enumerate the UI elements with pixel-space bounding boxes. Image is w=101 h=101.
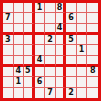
sudoku-cell-r4c4[interactable] xyxy=(35,35,46,45)
sudoku-cell-r8c2[interactable]: 1 xyxy=(14,77,25,87)
sudoku-cell-r4c1[interactable]: 3 xyxy=(3,35,14,45)
sudoku-cell-r6c6[interactable] xyxy=(56,56,67,67)
sudoku-cell-r5c5[interactable] xyxy=(45,45,56,55)
sudoku-cell-r3c4[interactable] xyxy=(35,24,46,35)
sudoku-cell-r7c2[interactable]: 4 xyxy=(14,67,25,77)
sudoku-cell-r1c7[interactable] xyxy=(66,3,77,13)
sudoku-cell-r3c2[interactable] xyxy=(14,24,25,35)
sudoku-cell-r3c5[interactable] xyxy=(45,24,56,35)
sudoku-cell-r7c9[interactable]: 8 xyxy=(87,67,98,77)
sudoku-cell-r5c6[interactable] xyxy=(56,45,67,55)
sudoku-cell-r1c8[interactable] xyxy=(77,3,88,13)
sudoku-cell-r3c8[interactable] xyxy=(77,24,88,35)
sudoku-cell-r8c3[interactable] xyxy=(24,77,35,87)
sudoku-cell-r2c9[interactable] xyxy=(87,13,98,23)
sudoku-cell-r7c6[interactable] xyxy=(56,67,67,77)
sudoku-cell-r5c2[interactable] xyxy=(14,45,25,55)
sudoku-cell-r8c9[interactable] xyxy=(87,77,98,87)
sudoku-cell-r7c8[interactable] xyxy=(77,67,88,77)
sudoku-cell-r9c4[interactable] xyxy=(35,88,46,98)
sudoku-cell-r5c8[interactable]: 1 xyxy=(77,45,88,55)
sudoku-cell-r1c3[interactable] xyxy=(24,3,35,13)
sudoku-cell-r3c6[interactable]: 4 xyxy=(56,24,67,35)
sudoku-cell-r1c1[interactable] xyxy=(3,3,14,13)
sudoku-cell-r4c9[interactable] xyxy=(87,35,98,45)
sudoku-cell-r9c7[interactable]: 2 xyxy=(66,88,77,98)
sudoku-cell-r8c8[interactable] xyxy=(77,77,88,87)
sudoku-cell-r9c8[interactable] xyxy=(77,88,88,98)
sudoku-cell-r7c1[interactable] xyxy=(3,67,14,77)
sudoku-cell-r6c3[interactable] xyxy=(24,56,35,67)
sudoku-cell-r9c6[interactable] xyxy=(56,88,67,98)
sudoku-cell-r6c1[interactable] xyxy=(3,56,14,67)
sudoku-cell-r3c1[interactable] xyxy=(3,24,14,35)
sudoku-cell-r4c7[interactable]: 5 xyxy=(66,35,77,45)
sudoku-cell-r6c2[interactable] xyxy=(14,56,25,67)
sudoku-cell-r8c5[interactable] xyxy=(45,77,56,87)
sudoku-cell-r8c6[interactable] xyxy=(56,77,67,87)
sudoku-cell-r9c9[interactable] xyxy=(87,88,98,98)
sudoku-cell-r1c6[interactable]: 8 xyxy=(56,3,67,13)
sudoku-cell-r2c1[interactable]: 7 xyxy=(3,13,14,23)
sudoku-cell-r2c3[interactable] xyxy=(24,13,35,23)
sudoku-cell-r7c3[interactable]: 5 xyxy=(24,67,35,77)
sudoku-cell-r2c5[interactable] xyxy=(45,13,56,23)
sudoku-cell-r6c9[interactable] xyxy=(87,56,98,67)
sudoku-cell-r1c4[interactable]: 1 xyxy=(35,3,46,13)
sudoku-cell-r8c4[interactable]: 6 xyxy=(35,77,46,87)
sudoku-cell-r3c3[interactable] xyxy=(24,24,35,35)
sudoku-cell-r2c7[interactable]: 6 xyxy=(66,13,77,23)
sudoku-cell-r3c7[interactable] xyxy=(66,24,77,35)
sudoku-cell-r9c1[interactable] xyxy=(3,88,14,98)
sudoku-cell-r4c5[interactable]: 2 xyxy=(45,35,56,45)
sudoku-cell-r9c5[interactable]: 7 xyxy=(45,88,56,98)
sudoku-cell-r6c4[interactable]: 4 xyxy=(35,56,46,67)
sudoku-cell-r1c5[interactable] xyxy=(45,3,56,13)
sudoku-cell-r8c1[interactable] xyxy=(3,77,14,87)
sudoku-cell-r5c1[interactable] xyxy=(3,45,14,55)
sudoku-cell-r3c9[interactable] xyxy=(87,24,98,35)
sudoku-cell-r4c6[interactable] xyxy=(56,35,67,45)
sudoku-cell-r7c4[interactable] xyxy=(35,67,46,77)
sudoku-cell-r6c7[interactable] xyxy=(66,56,77,67)
sudoku-cell-r4c8[interactable] xyxy=(77,35,88,45)
sudoku-cell-r6c8[interactable] xyxy=(77,56,88,67)
sudoku-cell-r5c9[interactable] xyxy=(87,45,98,55)
sudoku-cell-r4c3[interactable] xyxy=(24,35,35,45)
sudoku-cell-r4c2[interactable] xyxy=(14,35,25,45)
sudoku-cell-r5c3[interactable] xyxy=(24,45,35,55)
sudoku-cell-r6c5[interactable] xyxy=(45,56,56,67)
sudoku-cell-r9c3[interactable] xyxy=(24,88,35,98)
sudoku-cell-r2c8[interactable] xyxy=(77,13,88,23)
sudoku-cell-r2c4[interactable] xyxy=(35,13,46,23)
sudoku-cell-r9c2[interactable] xyxy=(14,88,25,98)
sudoku-cell-r2c2[interactable] xyxy=(14,13,25,23)
sudoku-cell-r5c7[interactable] xyxy=(66,45,77,55)
sudoku-cell-r1c9[interactable] xyxy=(87,3,98,13)
sudoku-board: 18764325144581672 xyxy=(0,0,101,101)
sudoku-cell-r7c7[interactable] xyxy=(66,67,77,77)
sudoku-cell-r8c7[interactable] xyxy=(66,77,77,87)
sudoku-cell-r7c5[interactable] xyxy=(45,67,56,77)
sudoku-cell-r1c2[interactable] xyxy=(14,3,25,13)
